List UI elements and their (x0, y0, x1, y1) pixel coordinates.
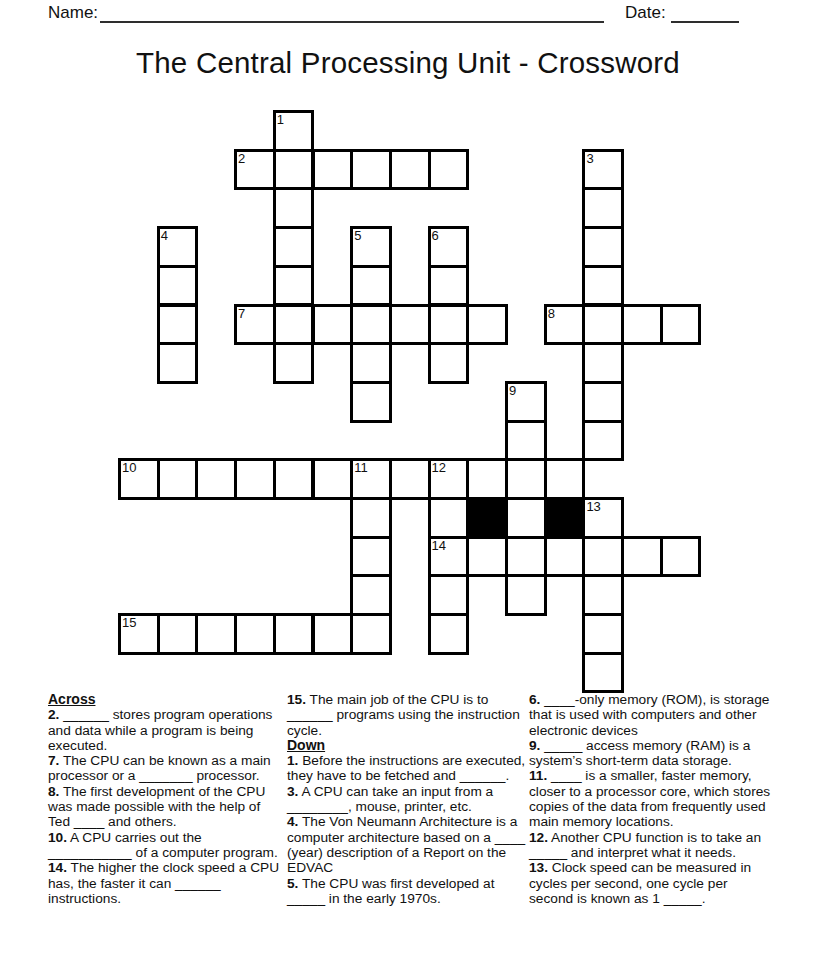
grid-cell-r13c4[interactable] (273, 613, 315, 655)
clue-number-12: 12 (432, 460, 446, 475)
clue-number-10: 10 (122, 460, 136, 475)
grid-cell-r5c3[interactable]: 7 (234, 304, 276, 346)
clue-down-12: 12. Another CPU function is to take an _… (529, 830, 774, 861)
clue-number-8: 8 (548, 306, 555, 321)
grid-cell-r12c12[interactable] (582, 574, 624, 616)
clue-number-2: 2 (238, 151, 245, 166)
grid-cell-r6c4[interactable] (273, 342, 315, 384)
grid-cell-r11c6[interactable] (350, 536, 392, 578)
grid-cell-r8c10[interactable] (505, 420, 547, 462)
clue-num-label: 6. (529, 692, 540, 707)
grid-cell-r11c11[interactable] (544, 536, 586, 578)
clue-num-label: 2. (48, 707, 59, 722)
grid-cell-r9c3[interactable] (234, 458, 276, 500)
grid-cell-r1c5[interactable] (312, 149, 354, 191)
grid-cell-r5c4[interactable] (273, 304, 315, 346)
grid-cell-r5c12[interactable] (582, 304, 624, 346)
grid-cell-r9c8[interactable]: 12 (428, 458, 470, 500)
grid-cell-r4c6[interactable] (350, 265, 392, 307)
grid-cell-r10c8[interactable] (428, 497, 470, 539)
grid-cell-r6c8[interactable] (428, 342, 470, 384)
clue-down-4: 4. The Von Neumann Architecture is a com… (287, 814, 528, 875)
grid-cell-r4c1[interactable] (157, 265, 199, 307)
clue-num-label: 1. (287, 753, 298, 768)
grid-cell-r11c13[interactable] (621, 536, 663, 578)
clue-number-7: 7 (238, 306, 245, 321)
grid-cell-r3c4[interactable] (273, 226, 315, 268)
clue-down-5: 5. The CPU was first developed at _____ … (287, 876, 528, 907)
clue-number-1: 1 (277, 112, 284, 127)
grid-cell-r9c5[interactable] (312, 458, 354, 500)
grid-cell-r9c6[interactable]: 11 (350, 458, 392, 500)
grid-cell-r11c10[interactable] (505, 536, 547, 578)
clue-down-13: 13. Clock speed can be measured in cycle… (529, 860, 774, 906)
grid-cell-r9c4[interactable] (273, 458, 315, 500)
grid-cell-r5c9[interactable] (466, 304, 508, 346)
clue-number-11: 11 (354, 460, 368, 475)
clue-number-13: 13 (586, 499, 600, 514)
grid-cell-r9c2[interactable] (195, 458, 237, 500)
clue-num-label: 10. (48, 830, 67, 845)
grid-cell-r6c1[interactable] (157, 342, 199, 384)
grid-cell-r10c12[interactable]: 13 (582, 497, 624, 539)
grid-cell-r13c5[interactable] (312, 613, 354, 655)
grid-cell-r5c1[interactable] (157, 304, 199, 346)
clue-across-8: 8. The first development of the CPU was … (48, 784, 281, 830)
grid-cell-r1c3[interactable]: 2 (234, 149, 276, 191)
clue-num-label: 3. (287, 784, 298, 799)
across-header: Across (48, 692, 281, 707)
clue-across-14: 14. The higher the clock speed a CPU has… (48, 860, 281, 906)
clue-number-14: 14 (432, 538, 446, 553)
grid-cell-r1c8[interactable] (428, 149, 470, 191)
clue-column-2: 15. The main job of the CPU is to ______… (287, 692, 528, 906)
grid-cell-r5c7[interactable] (389, 304, 431, 346)
clue-num-label: 12. (529, 830, 548, 845)
clue-number-6: 6 (432, 228, 439, 243)
clue-number-15: 15 (122, 615, 136, 630)
clue-across-10: 10. A CPU carries out the ___________ of… (48, 830, 281, 861)
grid-cell-r0c4[interactable]: 1 (273, 110, 315, 152)
clue-column-3: 6. ____-only memory (ROM), is storage th… (529, 692, 774, 906)
clue-number-9: 9 (509, 383, 516, 398)
grid-cell-r14c12[interactable] (582, 652, 624, 694)
down-header: Down (287, 738, 528, 753)
grid-cell-r9c0[interactable]: 10 (118, 458, 160, 500)
grid-cell-r2c4[interactable] (273, 187, 315, 229)
clue-num-label: 14. (48, 860, 67, 875)
grid-cell-r6c6[interactable] (350, 342, 392, 384)
grid-cell-r3c6[interactable]: 5 (350, 226, 392, 268)
clue-across-2: 2. ______ stores program operations and … (48, 707, 281, 753)
grid-cell-r10c6[interactable] (350, 497, 392, 539)
black-cell-r10c9 (466, 497, 508, 539)
grid-cell-r8c12[interactable] (582, 420, 624, 462)
grid-cell-r5c11[interactable]: 8 (544, 304, 586, 346)
grid-cell-r7c10[interactable]: 9 (505, 381, 547, 423)
clue-num-label: 4. (287, 814, 298, 829)
grid-cell-r13c2[interactable] (195, 613, 237, 655)
black-cell-r10c11 (544, 497, 586, 539)
grid-cell-r9c7[interactable] (389, 458, 431, 500)
grid-cell-r11c12[interactable] (582, 536, 624, 578)
clue-number-3: 3 (586, 151, 593, 166)
grid-cell-r12c8[interactable] (428, 574, 470, 616)
clue-number-4: 4 (161, 228, 168, 243)
grid-cell-r13c8[interactable] (428, 613, 470, 655)
clue-down-11: 11. ____ is a smaller, faster memory, cl… (529, 768, 774, 829)
clue-down-6: 6. ____-only memory (ROM), is storage th… (529, 692, 774, 738)
grid-cell-r12c10[interactable] (505, 574, 547, 616)
clue-num-label: 9. (529, 738, 540, 753)
grid-cell-r1c12[interactable]: 3 (582, 149, 624, 191)
clue-column-1: Across2. ______ stores program operation… (48, 692, 281, 906)
clue-across-15: 15. The main job of the CPU is to ______… (287, 692, 528, 738)
grid-cell-r5c14[interactable] (660, 304, 702, 346)
grid-cell-r4c12[interactable] (582, 265, 624, 307)
grid-cell-r3c1[interactable]: 4 (157, 226, 199, 268)
clue-down-9: 9. _____ access memory (RAM) is a system… (529, 738, 774, 769)
grid-cell-r1c4[interactable] (273, 149, 315, 191)
grid-cell-r1c7[interactable] (389, 149, 431, 191)
grid-cell-r2c12[interactable] (582, 187, 624, 229)
grid-cell-r5c8[interactable] (428, 304, 470, 346)
clue-num-label: 5. (287, 876, 298, 891)
grid-cell-r3c12[interactable] (582, 226, 624, 268)
grid-cell-r7c12[interactable] (582, 381, 624, 423)
grid-cell-r13c3[interactable] (234, 613, 276, 655)
clue-num-label: 11. (529, 768, 547, 783)
grid-cell-r13c6[interactable] (350, 613, 392, 655)
grid-cell-r5c13[interactable] (621, 304, 663, 346)
clue-num-label: 13. (529, 860, 548, 875)
clue-down-1: 1. Before the instructions are executed,… (287, 753, 528, 784)
clue-num-label: 8. (48, 784, 59, 799)
grid-cell-r9c10[interactable] (505, 458, 547, 500)
grid-cell-r13c12[interactable] (582, 613, 624, 655)
grid-cell-r4c4[interactable] (273, 265, 315, 307)
grid-cell-r5c5[interactable] (312, 304, 354, 346)
grid-cell-r9c9[interactable] (466, 458, 508, 500)
grid-cell-r3c8[interactable]: 6 (428, 226, 470, 268)
crossword-worksheet: { "game": "crossword", "title": "The Cen… (0, 0, 816, 957)
grid-cell-r13c1[interactable] (157, 613, 199, 655)
clue-num-label: 7. (48, 753, 59, 768)
grid-cell-r6c12[interactable] (582, 342, 624, 384)
grid-cell-r13c0[interactable]: 15 (118, 613, 160, 655)
grid-cell-r12c6[interactable] (350, 574, 392, 616)
grid-cell-r10c10[interactable] (505, 497, 547, 539)
grid-cell-r11c9[interactable] (466, 536, 508, 578)
clue-down-3: 3. A CPU can take an input from a ______… (287, 784, 528, 815)
grid-cell-r5c6[interactable] (350, 304, 392, 346)
grid-cell-r11c8[interactable]: 14 (428, 536, 470, 578)
clue-across-7: 7. The CPU can be known as a main proces… (48, 753, 281, 784)
grid-cell-r7c6[interactable] (350, 381, 392, 423)
grid-cell-r9c11[interactable] (544, 458, 586, 500)
grid-cell-r4c8[interactable] (428, 265, 470, 307)
grid-cell-r1c6[interactable] (350, 149, 392, 191)
grid-cell-r11c14[interactable] (660, 536, 702, 578)
grid-cell-r9c1[interactable] (157, 458, 199, 500)
clue-num-label: 15. (287, 692, 306, 707)
clue-number-5: 5 (354, 228, 361, 243)
